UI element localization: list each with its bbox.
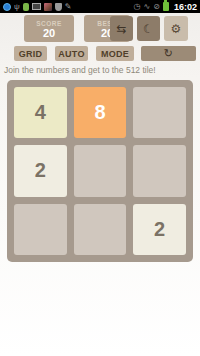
moon-icon: ☾ (143, 22, 154, 36)
grid-button[interactable]: GRID (14, 46, 47, 61)
screenshot-icon (32, 3, 41, 10)
empty-cell (133, 87, 186, 138)
tile-2: 2 (14, 145, 67, 196)
settings-button[interactable]: ⚙ (164, 16, 188, 41)
status-bar-left-icons: ψ ✎ (3, 3, 71, 11)
gear-icon: ⚙ (171, 22, 182, 36)
battery-icon (163, 2, 169, 11)
swap-button[interactable]: ⇆ (110, 16, 133, 41)
app-screen: ψ ✎ ◷ ∿ ⊘ 16:02 SCORE 20 BEST 20 ⇆ ☾ ⚙ G… (0, 0, 200, 356)
shield-icon (55, 3, 62, 11)
avatar-icon (44, 3, 52, 11)
swap-icon: ⇆ (116, 22, 126, 36)
tile-4: 4 (14, 87, 67, 138)
mode-button[interactable]: MODE (96, 46, 134, 61)
no-signal-icon: ⊘ (153, 3, 160, 11)
clock-text: 16:02 (174, 2, 197, 12)
empty-cell (133, 145, 186, 196)
restart-icon: ↻ (164, 47, 174, 60)
empty-cell (74, 204, 127, 255)
empty-cell (14, 204, 67, 255)
score-label: SCORE (36, 20, 62, 27)
app-notification-icon (3, 3, 11, 11)
alarm-icon: ◷ (134, 3, 141, 11)
instruction-text: Join the numbers and get to the 512 tile… (4, 65, 156, 75)
empty-cell (74, 145, 127, 196)
board[interactable]: 4822 (7, 80, 193, 262)
green-app-icon (23, 3, 29, 11)
night-mode-button[interactable]: ☾ (137, 16, 160, 41)
tile-2: 2 (133, 204, 186, 255)
status-bar: ψ ✎ ◷ ∿ ⊘ 16:02 (0, 0, 200, 13)
compose-icon: ✎ (65, 3, 72, 11)
score-box: SCORE 20 (24, 15, 74, 42)
score-value: 20 (43, 28, 55, 38)
usb-icon: ψ (14, 3, 20, 11)
auto-button[interactable]: AUTO (55, 46, 88, 61)
restart-button[interactable]: ↻ (141, 46, 196, 61)
status-bar-right: ◷ ∿ ⊘ 16:02 (134, 2, 197, 12)
vibrate-icon: ∿ (144, 3, 151, 11)
tile-8: 8 (74, 87, 127, 138)
